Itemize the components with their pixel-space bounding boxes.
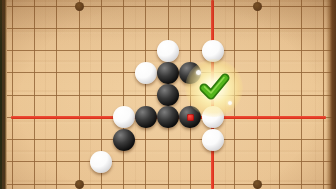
white-stone: [135, 62, 157, 84]
glow-sparkle: [196, 70, 201, 75]
green-checkmark-icon: [197, 72, 231, 102]
grid-line-horizontal: [7, 161, 336, 162]
confirm-move-button[interactable]: [197, 72, 231, 102]
star-point: [253, 2, 262, 11]
white-stone: [157, 40, 179, 62]
black-stone: [157, 84, 179, 106]
pending-white-stone[interactable]: [202, 106, 224, 128]
grid-line-horizontal: [7, 139, 336, 140]
board-left-edge: [0, 0, 7, 189]
white-stone: [113, 106, 135, 128]
grid-line-horizontal: [7, 28, 336, 29]
black-stone: [135, 106, 157, 128]
black-stone: [157, 62, 179, 84]
star-point: [75, 180, 84, 189]
star-point: [253, 180, 262, 189]
last-move-marker: [187, 114, 194, 121]
white-stone: [202, 40, 224, 62]
grid-line-horizontal: [7, 184, 336, 185]
black-stone: [157, 106, 179, 128]
white-stone: [90, 151, 112, 173]
black-stone: [113, 129, 135, 151]
grid-line-horizontal: [7, 6, 336, 7]
gomoku-board[interactable]: [0, 0, 336, 189]
white-stone: [202, 129, 224, 151]
star-point: [75, 2, 84, 11]
glow-sparkle: [228, 101, 232, 105]
board-right-edge: [326, 0, 336, 189]
